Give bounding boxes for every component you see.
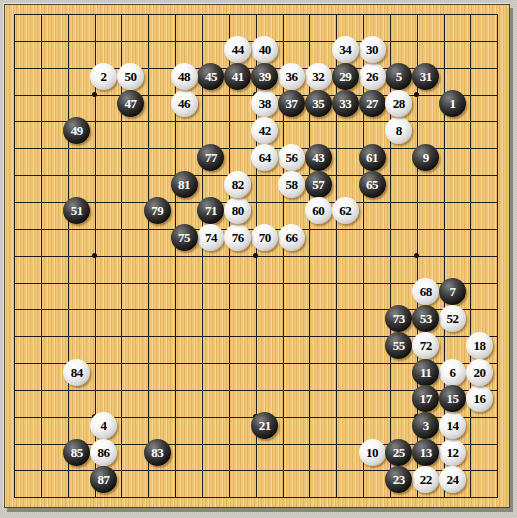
stone-white-82: 82 xyxy=(224,171,251,198)
stone-black-43: 43 xyxy=(305,144,332,171)
stone-white-2: 2 xyxy=(90,63,117,90)
stone-white-38: 38 xyxy=(251,90,278,117)
stone-black-49: 49 xyxy=(63,117,90,144)
stone-white-44: 44 xyxy=(224,36,251,63)
stone-black-11: 11 xyxy=(412,359,439,386)
stone-black-83: 83 xyxy=(144,439,171,466)
stone-white-26: 26 xyxy=(359,63,386,90)
stone-black-53: 53 xyxy=(412,305,439,332)
stone-black-1: 1 xyxy=(439,90,466,117)
stone-black-51: 51 xyxy=(63,197,90,224)
stone-black-87: 87 xyxy=(90,466,117,493)
stone-white-12: 12 xyxy=(439,439,466,466)
stones-layer: 1234567891011121314151617182021222324252… xyxy=(10,10,517,518)
stone-white-74: 74 xyxy=(197,224,224,251)
stone-white-58: 58 xyxy=(278,171,305,198)
stone-black-55: 55 xyxy=(385,332,412,359)
stone-black-57: 57 xyxy=(305,171,332,198)
stone-white-34: 34 xyxy=(332,36,359,63)
stone-black-47: 47 xyxy=(117,90,144,117)
stone-white-28: 28 xyxy=(385,90,412,117)
stone-black-13: 13 xyxy=(412,439,439,466)
stone-black-73: 73 xyxy=(385,305,412,332)
stone-black-21: 21 xyxy=(251,412,278,439)
stone-black-23: 23 xyxy=(385,466,412,493)
stone-white-68: 68 xyxy=(412,278,439,305)
window-frame: 1234567891011121314151617182021222324252… xyxy=(0,0,517,518)
stone-white-36: 36 xyxy=(278,63,305,90)
stone-white-30: 30 xyxy=(359,36,386,63)
stone-black-61: 61 xyxy=(359,144,386,171)
stone-white-80: 80 xyxy=(224,197,251,224)
stone-white-16: 16 xyxy=(466,385,493,412)
stone-white-42: 42 xyxy=(251,117,278,144)
stone-white-4: 4 xyxy=(90,412,117,439)
stone-white-18: 18 xyxy=(466,332,493,359)
stone-white-60: 60 xyxy=(305,197,332,224)
stone-white-40: 40 xyxy=(251,36,278,63)
stone-black-33: 33 xyxy=(332,90,359,117)
stone-white-70: 70 xyxy=(251,224,278,251)
stone-black-3: 3 xyxy=(412,412,439,439)
stone-white-72: 72 xyxy=(412,332,439,359)
stone-black-75: 75 xyxy=(171,224,198,251)
stone-black-77: 77 xyxy=(197,144,224,171)
stone-black-25: 25 xyxy=(385,439,412,466)
stone-black-39: 39 xyxy=(251,63,278,90)
stone-white-66: 66 xyxy=(278,224,305,251)
stone-white-32: 32 xyxy=(305,63,332,90)
stone-white-64: 64 xyxy=(251,144,278,171)
stone-black-27: 27 xyxy=(359,90,386,117)
stone-black-5: 5 xyxy=(385,63,412,90)
stone-white-50: 50 xyxy=(117,63,144,90)
stone-white-24: 24 xyxy=(439,466,466,493)
stone-white-84: 84 xyxy=(63,359,90,386)
stone-black-41: 41 xyxy=(224,63,251,90)
stone-white-46: 46 xyxy=(171,90,198,117)
stone-black-15: 15 xyxy=(439,385,466,412)
stone-black-35: 35 xyxy=(305,90,332,117)
stone-black-85: 85 xyxy=(63,439,90,466)
stone-white-56: 56 xyxy=(278,144,305,171)
stone-white-10: 10 xyxy=(359,439,386,466)
stone-white-14: 14 xyxy=(439,412,466,439)
stone-black-31: 31 xyxy=(412,63,439,90)
stone-black-17: 17 xyxy=(412,385,439,412)
go-board[interactable]: 1234567891011121314151617182021222324252… xyxy=(4,4,510,508)
stone-white-22: 22 xyxy=(412,466,439,493)
stone-black-71: 71 xyxy=(197,197,224,224)
stone-white-86: 86 xyxy=(90,439,117,466)
stone-black-29: 29 xyxy=(332,63,359,90)
stone-black-79: 79 xyxy=(144,197,171,224)
stone-white-52: 52 xyxy=(439,305,466,332)
stone-white-20: 20 xyxy=(466,359,493,386)
stone-black-9: 9 xyxy=(412,144,439,171)
stone-white-76: 76 xyxy=(224,224,251,251)
stone-white-48: 48 xyxy=(171,63,198,90)
stone-black-65: 65 xyxy=(359,171,386,198)
board-grid: 1234567891011121314151617182021222324252… xyxy=(14,14,497,497)
stone-white-62: 62 xyxy=(332,197,359,224)
stone-black-37: 37 xyxy=(278,90,305,117)
stone-black-45: 45 xyxy=(197,63,224,90)
stone-black-7: 7 xyxy=(439,278,466,305)
stone-white-6: 6 xyxy=(439,359,466,386)
stone-white-8: 8 xyxy=(385,117,412,144)
stone-black-81: 81 xyxy=(171,171,198,198)
